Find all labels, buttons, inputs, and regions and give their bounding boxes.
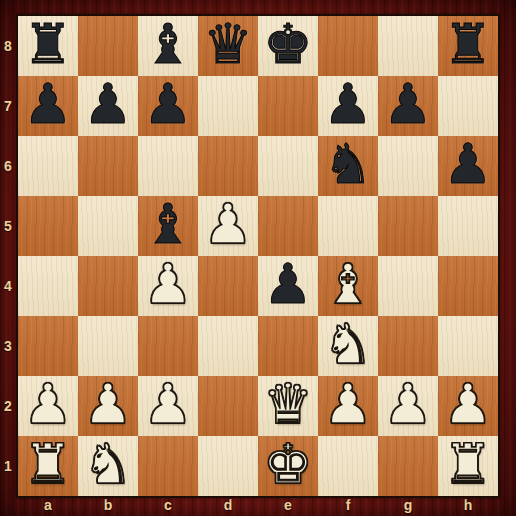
square-a2[interactable]: ♟	[18, 376, 78, 436]
square-h2[interactable]: ♟	[438, 376, 498, 436]
square-d3[interactable]	[198, 316, 258, 376]
white-pawn-f2[interactable]: ♟	[323, 377, 372, 432]
black-pawn-g7[interactable]: ♟	[383, 77, 432, 132]
file-label-f: f	[318, 496, 378, 514]
square-b1[interactable]: ♞	[78, 436, 138, 496]
rank-label-6: 6	[0, 136, 16, 196]
chess-board: ♜♝♛♚♜♟♟♟♟♟♞♟♝♟♟♟♝♞♟♟♟♛♟♟♟♜♞♚♜	[18, 16, 498, 496]
black-bishop-c8[interactable]: ♝	[143, 17, 192, 72]
square-a3[interactable]	[18, 316, 78, 376]
square-e5[interactable]	[258, 196, 318, 256]
square-b7[interactable]: ♟	[78, 76, 138, 136]
rank-label-5: 5	[0, 196, 16, 256]
white-rook-h1[interactable]: ♜	[443, 437, 492, 492]
square-a7[interactable]: ♟	[18, 76, 78, 136]
square-b4[interactable]	[78, 256, 138, 316]
square-c8[interactable]: ♝	[138, 16, 198, 76]
white-pawn-b2[interactable]: ♟	[83, 377, 132, 432]
square-d6[interactable]	[198, 136, 258, 196]
rank-label-2: 2	[0, 376, 16, 436]
square-f2[interactable]: ♟	[318, 376, 378, 436]
white-pawn-d5[interactable]: ♟	[203, 197, 252, 252]
square-e1[interactable]: ♚	[258, 436, 318, 496]
square-g2[interactable]: ♟	[378, 376, 438, 436]
square-g1[interactable]	[378, 436, 438, 496]
square-b3[interactable]	[78, 316, 138, 376]
square-h5[interactable]	[438, 196, 498, 256]
file-label-a: a	[18, 496, 78, 514]
square-h8[interactable]: ♜	[438, 16, 498, 76]
black-pawn-h6[interactable]: ♟	[443, 137, 492, 192]
square-b6[interactable]	[78, 136, 138, 196]
file-label-e: e	[258, 496, 318, 514]
square-f5[interactable]	[318, 196, 378, 256]
square-c4[interactable]: ♟	[138, 256, 198, 316]
square-e3[interactable]	[258, 316, 318, 376]
board-frame: ♜♝♛♚♜♟♟♟♟♟♞♟♝♟♟♟♝♞♟♟♟♛♟♟♟♜♞♚♜	[16, 14, 500, 498]
file-label-g: g	[378, 496, 438, 514]
square-f7[interactable]: ♟	[318, 76, 378, 136]
square-c5[interactable]: ♝	[138, 196, 198, 256]
white-bishop-f4[interactable]: ♝	[323, 257, 372, 312]
square-e2[interactable]: ♛	[258, 376, 318, 436]
square-c7[interactable]: ♟	[138, 76, 198, 136]
rank-label-1: 1	[0, 436, 16, 496]
square-h4[interactable]	[438, 256, 498, 316]
square-e8[interactable]: ♚	[258, 16, 318, 76]
square-h3[interactable]	[438, 316, 498, 376]
square-g8[interactable]	[378, 16, 438, 76]
rank-label-7: 7	[0, 76, 16, 136]
black-king-e8[interactable]: ♚	[263, 17, 312, 72]
black-pawn-a7[interactable]: ♟	[23, 77, 72, 132]
white-rook-a1[interactable]: ♜	[23, 437, 72, 492]
square-g4[interactable]	[378, 256, 438, 316]
white-knight-f3[interactable]: ♞	[323, 317, 372, 372]
black-queen-d8[interactable]: ♛	[203, 17, 252, 72]
square-f3[interactable]: ♞	[318, 316, 378, 376]
square-a5[interactable]	[18, 196, 78, 256]
white-pawn-g2[interactable]: ♟	[383, 377, 432, 432]
square-c1[interactable]	[138, 436, 198, 496]
square-f4[interactable]: ♝	[318, 256, 378, 316]
file-label-d: d	[198, 496, 258, 514]
square-g6[interactable]	[378, 136, 438, 196]
white-pawn-c4[interactable]: ♟	[143, 257, 192, 312]
square-g5[interactable]	[378, 196, 438, 256]
square-g3[interactable]	[378, 316, 438, 376]
square-g7[interactable]: ♟	[378, 76, 438, 136]
rank-label-4: 4	[0, 256, 16, 316]
square-b2[interactable]: ♟	[78, 376, 138, 436]
black-pawn-b7[interactable]: ♟	[83, 77, 132, 132]
black-rook-a8[interactable]: ♜	[23, 17, 72, 72]
white-pawn-a2[interactable]: ♟	[23, 377, 72, 432]
square-b5[interactable]	[78, 196, 138, 256]
square-a4[interactable]	[18, 256, 78, 316]
file-label-c: c	[138, 496, 198, 514]
rank-label-8: 8	[0, 16, 16, 76]
square-d5[interactable]: ♟	[198, 196, 258, 256]
square-d1[interactable]	[198, 436, 258, 496]
black-pawn-c7[interactable]: ♟	[143, 77, 192, 132]
square-d7[interactable]	[198, 76, 258, 136]
square-d2[interactable]	[198, 376, 258, 436]
square-a6[interactable]	[18, 136, 78, 196]
black-knight-f6[interactable]: ♞	[323, 137, 372, 192]
square-f6[interactable]: ♞	[318, 136, 378, 196]
white-pawn-h2[interactable]: ♟	[443, 377, 492, 432]
square-e6[interactable]	[258, 136, 318, 196]
square-f8[interactable]	[318, 16, 378, 76]
square-h7[interactable]	[438, 76, 498, 136]
square-a1[interactable]: ♜	[18, 436, 78, 496]
square-d4[interactable]	[198, 256, 258, 316]
white-pawn-c2[interactable]: ♟	[143, 377, 192, 432]
square-e7[interactable]	[258, 76, 318, 136]
black-pawn-e4[interactable]: ♟	[263, 257, 312, 312]
white-queen-e2[interactable]: ♛	[263, 377, 312, 432]
square-c2[interactable]: ♟	[138, 376, 198, 436]
square-a8[interactable]: ♜	[18, 16, 78, 76]
square-f1[interactable]	[318, 436, 378, 496]
square-c3[interactable]	[138, 316, 198, 376]
black-bishop-c5[interactable]: ♝	[143, 197, 192, 252]
square-h6[interactable]: ♟	[438, 136, 498, 196]
rank-label-3: 3	[0, 316, 16, 376]
white-knight-b1[interactable]: ♞	[83, 437, 132, 492]
file-label-b: b	[78, 496, 138, 514]
square-c6[interactable]	[138, 136, 198, 196]
chessboard-app: 87654321 abcdefgh ♜♝♛♚♜♟♟♟♟♟♞♟♝♟♟♟♝♞♟♟♟♛…	[0, 0, 516, 516]
square-b8[interactable]	[78, 16, 138, 76]
black-rook-h8[interactable]: ♜	[443, 17, 492, 72]
black-pawn-f7[interactable]: ♟	[323, 77, 372, 132]
file-label-h: h	[438, 496, 498, 514]
square-d8[interactable]: ♛	[198, 16, 258, 76]
white-king-e1[interactable]: ♚	[263, 437, 312, 492]
square-h1[interactable]: ♜	[438, 436, 498, 496]
square-e4[interactable]: ♟	[258, 256, 318, 316]
